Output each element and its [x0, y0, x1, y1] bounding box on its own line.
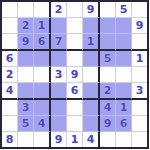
cell-r8c2[interactable]: 5 [18, 116, 34, 132]
cell-r6c2[interactable] [18, 83, 34, 100]
cell-r3c8[interactable] [116, 34, 132, 51]
cell-r8c8[interactable]: 6 [116, 116, 132, 132]
cell-r4c2[interactable] [18, 51, 34, 67]
cell-r6c6[interactable] [83, 83, 100, 100]
cell-r7c6[interactable] [83, 100, 100, 116]
cell-r9c5[interactable]: 1 [67, 132, 83, 147]
given-digit: 3 [55, 67, 63, 82]
given-digit: 6 [120, 116, 128, 131]
cell-r5c4[interactable]: 3 [51, 67, 67, 83]
cell-r3c1[interactable] [2, 34, 18, 51]
given-digit: 1 [38, 18, 46, 33]
given-digit: 6 [6, 51, 14, 66]
cell-r6c4[interactable] [51, 83, 67, 100]
cell-r5c7[interactable] [100, 67, 116, 83]
cell-r6c1[interactable]: 4 [2, 83, 18, 100]
cell-r9c6[interactable]: 4 [83, 132, 100, 147]
cell-r5c3[interactable] [34, 67, 51, 83]
cell-r5c8[interactable] [116, 67, 132, 83]
cell-r9c3[interactable] [34, 132, 51, 147]
cell-r6c7[interactable]: 2 [100, 83, 116, 100]
cell-r2c4[interactable] [51, 18, 67, 34]
cell-r1c9[interactable] [132, 2, 147, 18]
given-digit: 6 [71, 83, 79, 98]
cell-r3c6[interactable]: 1 [83, 34, 100, 51]
cell-r5c6[interactable] [83, 67, 100, 83]
given-digit: 5 [104, 51, 112, 66]
cell-r3c4[interactable]: 7 [51, 34, 67, 51]
cell-r2c2[interactable]: 2 [18, 18, 34, 34]
cell-r5c1[interactable]: 2 [2, 67, 18, 83]
cell-r8c9[interactable] [132, 116, 147, 132]
cell-r9c2[interactable] [18, 132, 34, 147]
given-digit: 4 [6, 83, 14, 98]
given-digit: 9 [87, 2, 95, 17]
cell-r8c3[interactable]: 4 [34, 116, 51, 132]
given-digit: 2 [104, 83, 112, 98]
given-digit: 1 [120, 100, 128, 115]
cell-r9c4[interactable]: 9 [51, 132, 67, 147]
given-digit: 9 [104, 116, 112, 131]
cell-r3c9[interactable] [132, 34, 147, 51]
cell-r6c5[interactable]: 6 [67, 83, 83, 100]
cell-r6c9[interactable]: 3 [132, 83, 147, 100]
given-digit: 2 [6, 67, 14, 82]
given-digit: 2 [22, 18, 30, 33]
cell-r8c1[interactable] [2, 116, 18, 132]
cell-r3c3[interactable]: 6 [34, 34, 51, 51]
cell-r1c8[interactable]: 5 [116, 2, 132, 18]
sudoku-board: 2952199671651239462334154968914 [0, 0, 149, 149]
cell-r1c7[interactable] [100, 2, 116, 18]
cell-r6c3[interactable] [34, 83, 51, 100]
cell-r7c7[interactable]: 4 [100, 100, 116, 116]
cell-r2c3[interactable]: 1 [34, 18, 51, 34]
given-digit: 5 [120, 2, 128, 17]
cell-r7c4[interactable] [51, 100, 67, 116]
cell-r4c1[interactable]: 6 [2, 51, 18, 67]
cell-r5c2[interactable] [18, 67, 34, 83]
given-digit: 1 [71, 132, 79, 147]
cell-r1c6[interactable]: 9 [83, 2, 100, 18]
cell-r3c5[interactable] [67, 34, 83, 51]
cell-r4c7[interactable]: 5 [100, 51, 116, 67]
cell-r3c2[interactable]: 9 [18, 34, 34, 51]
cell-r7c9[interactable] [132, 100, 147, 116]
cell-r9c9[interactable] [132, 132, 147, 147]
given-digit: 3 [136, 83, 144, 98]
cell-r4c3[interactable] [34, 51, 51, 67]
cell-r6c8[interactable] [116, 83, 132, 100]
given-digit: 4 [87, 132, 95, 147]
cell-r4c8[interactable] [116, 51, 132, 67]
cell-r1c2[interactable] [18, 2, 34, 18]
cell-r4c4[interactable] [51, 51, 67, 67]
cell-r7c1[interactable] [2, 100, 18, 116]
cell-r1c5[interactable] [67, 2, 83, 18]
cell-r2c1[interactable] [2, 18, 18, 34]
given-digit: 1 [136, 51, 144, 66]
cell-r8c5[interactable] [67, 116, 83, 132]
cell-r7c2[interactable]: 3 [18, 100, 34, 116]
cell-r7c8[interactable]: 1 [116, 100, 132, 116]
cell-r1c3[interactable] [34, 2, 51, 18]
cell-r9c1[interactable]: 8 [2, 132, 18, 147]
given-digit: 7 [55, 34, 63, 49]
given-digit: 9 [22, 34, 30, 49]
given-digit: 1 [87, 34, 95, 49]
cell-r2c7[interactable] [100, 18, 116, 34]
given-digit: 9 [71, 67, 79, 82]
cell-r5c9[interactable] [132, 67, 147, 83]
cell-r4c5[interactable] [67, 51, 83, 67]
given-digit: 8 [6, 132, 14, 147]
cell-r8c7[interactable]: 9 [100, 116, 116, 132]
cell-r9c7[interactable] [100, 132, 116, 147]
given-digit: 9 [136, 18, 144, 33]
cell-r9c8[interactable] [116, 132, 132, 147]
given-digit: 6 [38, 34, 46, 49]
given-digit: 4 [104, 100, 112, 115]
cell-r2c8[interactable] [116, 18, 132, 34]
cell-r4c6[interactable] [83, 51, 100, 67]
cell-r1c1[interactable] [2, 2, 18, 18]
given-digit: 3 [22, 100, 30, 115]
cell-r3c7[interactable] [100, 34, 116, 51]
cell-r7c5[interactable] [67, 100, 83, 116]
given-digit: 4 [38, 116, 46, 131]
cell-r8c4[interactable] [51, 116, 67, 132]
given-digit: 9 [55, 132, 63, 147]
given-digit: 2 [55, 2, 63, 17]
given-digit: 5 [22, 116, 30, 131]
cell-r2c9[interactable]: 9 [132, 18, 147, 34]
cell-r4c9[interactable]: 1 [132, 51, 147, 67]
cell-r1c4[interactable]: 2 [51, 2, 67, 18]
cell-r2c5[interactable] [67, 18, 83, 34]
cell-r8c6[interactable] [83, 116, 100, 132]
cell-r2c6[interactable] [83, 18, 100, 34]
cell-r7c3[interactable] [34, 100, 51, 116]
cell-r5c5[interactable]: 9 [67, 67, 83, 83]
